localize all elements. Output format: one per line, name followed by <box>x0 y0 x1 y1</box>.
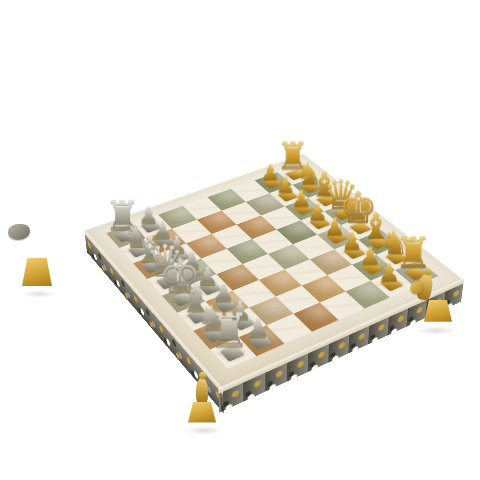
chess-board: ♜♞♝♛♚♝♞♜♟♟♟♟♟♟♟♟♟♟♟♟♟♟♟♟♜♞♝♛♚♝♞♜ <box>106 164 438 368</box>
gilt-foot-right <box>404 272 458 334</box>
photo-stage: ♜♞♝♛♚♝♞♜♟♟♟♟♟♟♟♟♟♟♟♟♟♟♟♟♜♞♝♛♚♝♞♜ <box>0 0 480 480</box>
square-h1: ♜ <box>210 337 256 369</box>
board-assembly: ♜♞♝♛♚♝♞♜♟♟♟♟♟♟♟♟♟♟♟♟♟♟♟♟♜♞♝♛♚♝♞♜ <box>85 154 461 387</box>
gilt-foot-front <box>180 372 224 434</box>
gilt-foot-left <box>20 250 56 296</box>
piece-glyph: ♜ <box>200 307 258 354</box>
chess-set-scene: ♜♞♝♛♚♝♞♜♟♟♟♟♟♟♟♟♟♟♟♟♟♟♟♟♜♞♝♛♚♝♞♜ <box>0 0 480 480</box>
